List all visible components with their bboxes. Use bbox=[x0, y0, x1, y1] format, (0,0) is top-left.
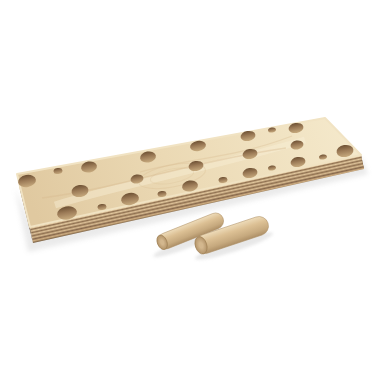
scene bbox=[0, 0, 376, 376]
product-photo bbox=[0, 0, 376, 376]
